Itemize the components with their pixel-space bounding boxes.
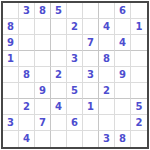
given-digit: 5 bbox=[71, 86, 78, 96]
cell-r3c5[interactable] bbox=[67, 35, 83, 51]
given-digit: 2 bbox=[23, 102, 30, 112]
given-digit: 3 bbox=[87, 70, 94, 80]
given-digit: 2 bbox=[71, 22, 78, 32]
given-digit: 4 bbox=[103, 22, 110, 32]
cell-r3c9[interactable] bbox=[131, 35, 147, 51]
cell-r7c4[interactable]: 4 bbox=[51, 99, 67, 115]
given-digit: 3 bbox=[7, 118, 14, 128]
cell-r5c5[interactable] bbox=[67, 67, 83, 83]
cell-r7c5[interactable] bbox=[67, 99, 83, 115]
cell-r2c9[interactable]: 1 bbox=[131, 19, 147, 35]
cell-r9c4[interactable] bbox=[51, 131, 67, 147]
cell-r1c7[interactable] bbox=[99, 3, 115, 19]
cell-r6c6[interactable] bbox=[83, 83, 99, 99]
cell-r9c9[interactable] bbox=[131, 131, 147, 147]
cell-r4c5[interactable]: 3 bbox=[67, 51, 83, 67]
cell-r7c3[interactable] bbox=[35, 99, 51, 115]
cell-r6c9[interactable] bbox=[131, 83, 147, 99]
cell-r4c1[interactable]: 1 bbox=[3, 51, 19, 67]
cell-r6c1[interactable] bbox=[3, 83, 19, 99]
given-digit: 4 bbox=[23, 134, 30, 144]
given-digit: 4 bbox=[119, 38, 126, 48]
cell-r1c3[interactable]: 8 bbox=[35, 3, 51, 19]
cell-r1c8[interactable]: 6 bbox=[115, 3, 131, 19]
cell-r8c4[interactable] bbox=[51, 115, 67, 131]
given-digit: 8 bbox=[119, 134, 126, 144]
given-digit: 8 bbox=[23, 70, 30, 80]
given-digit: 9 bbox=[119, 70, 126, 80]
cell-r7c8[interactable] bbox=[115, 99, 131, 115]
cell-r4c2[interactable] bbox=[19, 51, 35, 67]
cell-r8c9[interactable]: 2 bbox=[131, 115, 147, 131]
cell-r5c4[interactable]: 2 bbox=[51, 67, 67, 83]
given-digit: 4 bbox=[55, 102, 62, 112]
given-digit: 6 bbox=[119, 6, 126, 16]
given-digit: 2 bbox=[55, 70, 62, 80]
cell-r3c3[interactable] bbox=[35, 35, 51, 51]
given-digit: 3 bbox=[103, 134, 110, 144]
given-digit: 6 bbox=[71, 118, 78, 128]
given-digit: 5 bbox=[136, 102, 143, 112]
given-digit: 3 bbox=[23, 6, 30, 16]
cell-r7c9[interactable]: 5 bbox=[131, 99, 147, 115]
cell-r5c6[interactable]: 3 bbox=[83, 67, 99, 83]
cell-r4c6[interactable] bbox=[83, 51, 99, 67]
cell-r8c2[interactable] bbox=[19, 115, 35, 131]
cell-r6c7[interactable]: 2 bbox=[99, 83, 115, 99]
cell-r1c6[interactable] bbox=[83, 3, 99, 19]
given-digit: 2 bbox=[103, 86, 110, 96]
given-digit: 7 bbox=[39, 118, 46, 128]
cell-r8c3[interactable]: 7 bbox=[35, 115, 51, 131]
cell-r9c6[interactable] bbox=[83, 131, 99, 147]
given-digit: 2 bbox=[136, 118, 143, 128]
cell-r4c3[interactable] bbox=[35, 51, 51, 67]
cell-r6c3[interactable]: 9 bbox=[35, 83, 51, 99]
cell-r6c8[interactable] bbox=[115, 83, 131, 99]
cell-r2c4[interactable] bbox=[51, 19, 67, 35]
cell-r3c8[interactable]: 4 bbox=[115, 35, 131, 51]
cell-r3c6[interactable]: 7 bbox=[83, 35, 99, 51]
cell-r1c1[interactable] bbox=[3, 3, 19, 19]
cell-r6c4[interactable] bbox=[51, 83, 67, 99]
cell-r7c6[interactable]: 1 bbox=[83, 99, 99, 115]
cell-r7c7[interactable] bbox=[99, 99, 115, 115]
given-digit: 7 bbox=[87, 38, 94, 48]
cell-r8c1[interactable]: 3 bbox=[3, 115, 19, 131]
given-digit: 3 bbox=[71, 54, 78, 64]
cell-r5c2[interactable]: 8 bbox=[19, 67, 35, 83]
cell-r9c5[interactable] bbox=[67, 131, 83, 147]
cell-r2c1[interactable]: 8 bbox=[3, 19, 19, 35]
cell-r1c9[interactable] bbox=[131, 3, 147, 19]
given-digit: 9 bbox=[7, 38, 14, 48]
cell-r9c8[interactable]: 8 bbox=[115, 131, 131, 147]
cell-r9c3[interactable] bbox=[35, 131, 51, 147]
cell-r9c1[interactable] bbox=[3, 131, 19, 147]
cell-r2c7[interactable]: 4 bbox=[99, 19, 115, 35]
cell-r1c2[interactable]: 3 bbox=[19, 3, 35, 19]
cell-r5c7[interactable] bbox=[99, 67, 115, 83]
cell-r9c2[interactable]: 4 bbox=[19, 131, 35, 147]
cell-r3c2[interactable] bbox=[19, 35, 35, 51]
cell-r6c5[interactable]: 5 bbox=[67, 83, 83, 99]
cell-r8c8[interactable] bbox=[115, 115, 131, 131]
given-digit: 1 bbox=[136, 22, 143, 32]
cell-r2c8[interactable] bbox=[115, 19, 131, 35]
cell-r9c7[interactable]: 3 bbox=[99, 131, 115, 147]
cell-r5c3[interactable] bbox=[35, 67, 51, 83]
cell-r5c1[interactable] bbox=[3, 67, 19, 83]
given-digit: 9 bbox=[39, 86, 46, 96]
given-digit: 8 bbox=[103, 54, 110, 64]
given-digit: 5 bbox=[55, 6, 62, 16]
cell-r5c8[interactable]: 9 bbox=[115, 67, 131, 83]
cell-r8c6[interactable] bbox=[83, 115, 99, 131]
cell-r8c7[interactable] bbox=[99, 115, 115, 131]
cell-r7c1[interactable] bbox=[3, 99, 19, 115]
cell-r4c8[interactable] bbox=[115, 51, 131, 67]
cell-r4c9[interactable] bbox=[131, 51, 147, 67]
cell-r3c1[interactable]: 9 bbox=[3, 35, 19, 51]
cell-r2c5[interactable]: 2 bbox=[67, 19, 83, 35]
cell-r4c4[interactable] bbox=[51, 51, 67, 67]
given-digit: 1 bbox=[7, 54, 14, 64]
cell-r2c2[interactable] bbox=[19, 19, 35, 35]
cell-r4c7[interactable]: 8 bbox=[99, 51, 115, 67]
sudoku-board: 38568241974138823995224153762438 bbox=[1, 1, 149, 149]
given-digit: 8 bbox=[7, 22, 14, 32]
cell-r7c2[interactable]: 2 bbox=[19, 99, 35, 115]
cell-r1c4[interactable]: 5 bbox=[51, 3, 67, 19]
cell-r2c3[interactable] bbox=[35, 19, 51, 35]
cell-r3c4[interactable] bbox=[51, 35, 67, 51]
cell-r6c2[interactable] bbox=[19, 83, 35, 99]
cell-r8c5[interactable]: 6 bbox=[67, 115, 83, 131]
given-digit: 8 bbox=[39, 6, 46, 16]
cell-r3c7[interactable] bbox=[99, 35, 115, 51]
cell-r2c6[interactable] bbox=[83, 19, 99, 35]
cell-r5c9[interactable] bbox=[131, 67, 147, 83]
given-digit: 1 bbox=[87, 102, 94, 112]
cell-r1c5[interactable] bbox=[67, 3, 83, 19]
